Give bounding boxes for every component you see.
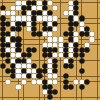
go-board[interactable] xyxy=(0,0,100,100)
go-game-screenshot xyxy=(0,0,100,100)
